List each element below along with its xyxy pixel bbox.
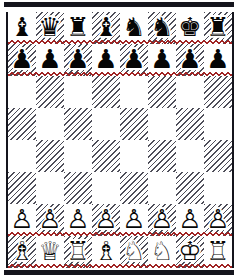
square-f4[interactable] bbox=[148, 140, 176, 172]
board-grid: ♝♝♛♛♜♜♝♝♞♞♞♞♚♚♜♜♟♟♟♟♟♟♟♟♟♟♟♟♟♟♟♟♟♙♟♙♟♙♟♙… bbox=[8, 12, 232, 268]
board-bottom-border bbox=[4, 270, 234, 275]
square-g6[interactable] bbox=[176, 76, 204, 108]
square-h6[interactable] bbox=[204, 76, 232, 108]
square-e6[interactable] bbox=[120, 76, 148, 108]
square-e4[interactable] bbox=[120, 140, 148, 172]
spellcheck-underline bbox=[8, 72, 232, 76]
square-a4[interactable] bbox=[8, 140, 36, 172]
square-f6[interactable] bbox=[148, 76, 176, 108]
square-h4[interactable] bbox=[204, 140, 232, 172]
spellcheck-underline bbox=[8, 232, 232, 236]
square-e3[interactable] bbox=[120, 172, 148, 204]
square-h3[interactable] bbox=[204, 172, 232, 204]
square-g3[interactable] bbox=[176, 172, 204, 204]
square-c6[interactable] bbox=[64, 76, 92, 108]
square-e5[interactable] bbox=[120, 108, 148, 140]
board-top-border bbox=[4, 2, 234, 7]
chess-diagram: ♝♝♛♛♜♜♝♝♞♞♞♞♚♚♜♜♟♟♟♟♟♟♟♟♟♟♟♟♟♟♟♟♟♙♟♙♟♙♟♙… bbox=[0, 0, 239, 276]
square-d5[interactable] bbox=[92, 108, 120, 140]
square-b3[interactable] bbox=[36, 172, 64, 204]
square-d6[interactable] bbox=[92, 76, 120, 108]
square-b5[interactable] bbox=[36, 108, 64, 140]
square-c4[interactable] bbox=[64, 140, 92, 172]
square-c5[interactable] bbox=[64, 108, 92, 140]
square-f3[interactable] bbox=[148, 172, 176, 204]
square-b4[interactable] bbox=[36, 140, 64, 172]
chess-board: ♝♝♛♛♜♜♝♝♞♞♞♞♚♚♜♜♟♟♟♟♟♟♟♟♟♟♟♟♟♟♟♟♟♙♟♙♟♙♟♙… bbox=[6, 12, 234, 268]
square-a5[interactable] bbox=[8, 108, 36, 140]
square-a6[interactable] bbox=[8, 76, 36, 108]
square-d3[interactable] bbox=[92, 172, 120, 204]
square-g5[interactable] bbox=[176, 108, 204, 140]
square-g4[interactable] bbox=[176, 140, 204, 172]
square-b6[interactable] bbox=[36, 76, 64, 108]
square-f5[interactable] bbox=[148, 108, 176, 140]
spellcheck-underline bbox=[8, 264, 232, 268]
square-d4[interactable] bbox=[92, 140, 120, 172]
square-h5[interactable] bbox=[204, 108, 232, 140]
spellcheck-underline bbox=[8, 40, 232, 44]
square-a3[interactable] bbox=[8, 172, 36, 204]
square-c3[interactable] bbox=[64, 172, 92, 204]
